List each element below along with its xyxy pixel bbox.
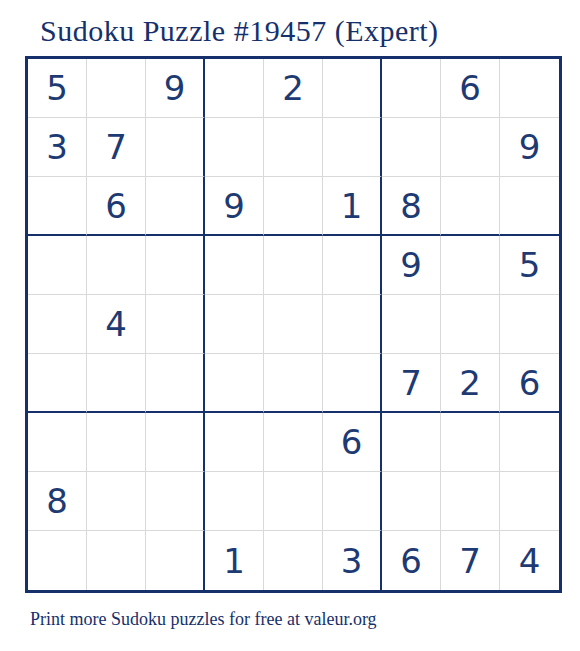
sudoku-cell-r2c7 <box>382 118 441 177</box>
sudoku-cell-r6c8: 2 <box>441 354 500 413</box>
sudoku-cell-r1c5: 2 <box>264 59 323 118</box>
sudoku-cell-r5c1 <box>28 295 87 354</box>
sudoku-cell-r1c6 <box>323 59 382 118</box>
sudoku-cell-r6c5 <box>264 354 323 413</box>
sudoku-cell-r6c3 <box>146 354 205 413</box>
sudoku-cell-r4c3 <box>146 236 205 295</box>
sudoku-cell-r6c4 <box>205 354 264 413</box>
sudoku-cell-r7c1 <box>28 413 87 472</box>
sudoku-cell-r8c9 <box>500 472 559 531</box>
sudoku-cell-r6c7: 7 <box>382 354 441 413</box>
sudoku-cell-r9c6: 3 <box>323 531 382 590</box>
sudoku-cell-r9c4: 1 <box>205 531 264 590</box>
sudoku-cell-r4c2 <box>87 236 146 295</box>
sudoku-cell-r2c4 <box>205 118 264 177</box>
sudoku-cell-r3c1 <box>28 177 87 236</box>
sudoku-cell-r8c2 <box>87 472 146 531</box>
sudoku-cell-r7c9 <box>500 413 559 472</box>
sudoku-cell-r2c1: 3 <box>28 118 87 177</box>
sudoku-cell-r9c5 <box>264 531 323 590</box>
sudoku-cell-r6c2 <box>87 354 146 413</box>
sudoku-cell-r9c8: 7 <box>441 531 500 590</box>
sudoku-cell-r8c5 <box>264 472 323 531</box>
sudoku-cell-r1c2 <box>87 59 146 118</box>
sudoku-cell-r8c1: 8 <box>28 472 87 531</box>
page-title: Sudoku Puzzle #19457 (Expert) <box>40 14 580 48</box>
sudoku-cell-r3c4: 9 <box>205 177 264 236</box>
sudoku-cell-r3c6: 1 <box>323 177 382 236</box>
sudoku-cell-r5c7 <box>382 295 441 354</box>
sudoku-cell-r8c4 <box>205 472 264 531</box>
sudoku-cell-r6c1 <box>28 354 87 413</box>
sudoku-cell-r2c6 <box>323 118 382 177</box>
sudoku-cell-r4c8 <box>441 236 500 295</box>
sudoku-cell-r7c7 <box>382 413 441 472</box>
sudoku-cell-r5c6 <box>323 295 382 354</box>
sudoku-cell-r2c8 <box>441 118 500 177</box>
sudoku-cell-r9c7: 6 <box>382 531 441 590</box>
sudoku-cell-r7c5 <box>264 413 323 472</box>
sudoku-cell-r5c4 <box>205 295 264 354</box>
sudoku-cell-r7c6: 6 <box>323 413 382 472</box>
sudoku-cell-r4c7: 9 <box>382 236 441 295</box>
sudoku-cell-r1c9 <box>500 59 559 118</box>
sudoku-cell-r3c3 <box>146 177 205 236</box>
sudoku-cell-r7c8 <box>441 413 500 472</box>
sudoku-cell-r2c3 <box>146 118 205 177</box>
sudoku-cell-r4c1 <box>28 236 87 295</box>
sudoku-cell-r3c7: 8 <box>382 177 441 236</box>
sudoku-cell-r5c3 <box>146 295 205 354</box>
sudoku-cell-r1c1: 5 <box>28 59 87 118</box>
sudoku-cell-r1c3: 9 <box>146 59 205 118</box>
sudoku-cell-r1c4 <box>205 59 264 118</box>
sudoku-cell-r3c8 <box>441 177 500 236</box>
sudoku-cell-r5c9 <box>500 295 559 354</box>
sudoku-cell-r9c3 <box>146 531 205 590</box>
sudoku-cell-r9c1 <box>28 531 87 590</box>
sudoku-cell-r4c6 <box>323 236 382 295</box>
sudoku-cell-r6c9: 6 <box>500 354 559 413</box>
sudoku-cell-r8c8 <box>441 472 500 531</box>
sudoku-cell-r3c5 <box>264 177 323 236</box>
sudoku-cell-r9c2 <box>87 531 146 590</box>
sudoku-cell-r4c4 <box>205 236 264 295</box>
sudoku-cell-r4c9: 5 <box>500 236 559 295</box>
sudoku-cell-r2c9: 9 <box>500 118 559 177</box>
sudoku-cell-r3c2: 6 <box>87 177 146 236</box>
sudoku-cell-r8c3 <box>146 472 205 531</box>
sudoku-cell-r9c9: 4 <box>500 531 559 590</box>
footer-note: Print more Sudoku puzzles for free at va… <box>30 609 580 630</box>
sudoku-cell-r1c8: 6 <box>441 59 500 118</box>
sudoku-cell-r2c2: 7 <box>87 118 146 177</box>
sudoku-cell-r7c2 <box>87 413 146 472</box>
sudoku-cell-r7c4 <box>205 413 264 472</box>
sudoku-cell-r3c9 <box>500 177 559 236</box>
sudoku-cell-r4c5 <box>264 236 323 295</box>
sudoku-cell-r7c3 <box>146 413 205 472</box>
sudoku-cell-r6c6 <box>323 354 382 413</box>
sudoku-cell-r1c7 <box>382 59 441 118</box>
sudoku-cell-r5c5 <box>264 295 323 354</box>
sudoku-cell-r8c6 <box>323 472 382 531</box>
sudoku-cell-r2c5 <box>264 118 323 177</box>
sudoku-cell-r5c8 <box>441 295 500 354</box>
sudoku-cell-r5c2: 4 <box>87 295 146 354</box>
sudoku-grid: 592637969189547266813674 <box>25 56 562 593</box>
sudoku-cell-r8c7 <box>382 472 441 531</box>
